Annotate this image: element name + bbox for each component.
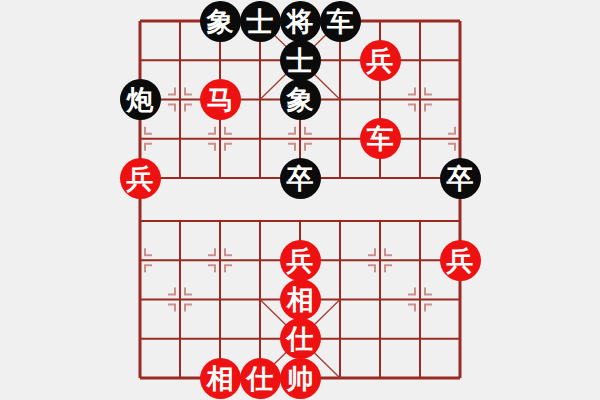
black-cannon[interactable]: 炮 (120, 79, 161, 120)
red-general[interactable]: 帅 (280, 358, 321, 399)
red-soldier[interactable]: 兵 (280, 240, 321, 281)
xiangqi-board: 象士将车士兵炮马象车兵卒卒兵兵相仕相仕帅 (0, 0, 600, 400)
red-elephant[interactable]: 相 (200, 358, 241, 399)
black-soldier[interactable]: 卒 (440, 158, 481, 199)
red-horse[interactable]: 马 (200, 79, 241, 120)
red-soldier[interactable]: 兵 (120, 158, 161, 199)
red-advisor[interactable]: 仕 (280, 318, 321, 359)
red-advisor[interactable]: 仕 (240, 358, 281, 399)
black-soldier[interactable]: 卒 (280, 158, 321, 199)
black-general[interactable]: 将 (280, 1, 321, 42)
black-chariot[interactable]: 车 (320, 1, 361, 42)
black-advisor[interactable]: 士 (280, 40, 321, 81)
red-elephant[interactable]: 相 (280, 279, 321, 320)
pieces-layer: 象士将车士兵炮马象车兵卒卒兵兵相仕相仕帅 (120, 1, 480, 397)
black-elephant[interactable]: 象 (280, 79, 321, 120)
red-soldier[interactable]: 兵 (440, 240, 481, 281)
black-advisor[interactable]: 士 (240, 1, 281, 42)
red-chariot[interactable]: 车 (360, 118, 401, 159)
red-soldier[interactable]: 兵 (360, 40, 401, 81)
black-elephant[interactable]: 象 (200, 1, 241, 42)
